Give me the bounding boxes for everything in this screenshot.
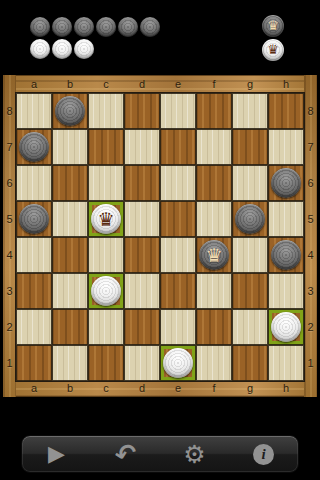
square-c8[interactable] [88, 93, 124, 129]
square-e7[interactable] [160, 129, 196, 165]
board-frame: aabbccddeeffgghh8877665544332211 ♛♛ [3, 75, 317, 397]
file-label-top-e: e [160, 77, 196, 92]
square-b3[interactable] [52, 273, 88, 309]
rank-label-right-1: 1 [304, 345, 317, 381]
white-man-h2[interactable] [271, 312, 301, 342]
square-c3[interactable] [88, 273, 124, 309]
dark-man-h4[interactable] [271, 240, 301, 270]
white-captured-piece [52, 39, 72, 59]
square-g6[interactable] [232, 165, 268, 201]
square-c4[interactable] [88, 237, 124, 273]
rank-label-left-2: 2 [3, 309, 16, 345]
undo-icon: ↶ [112, 439, 139, 469]
undo-button[interactable]: ↶ [96, 437, 156, 471]
square-f5[interactable] [196, 201, 232, 237]
square-d8[interactable] [124, 93, 160, 129]
square-h8[interactable] [268, 93, 304, 129]
square-h1[interactable] [268, 345, 304, 381]
white-king-indicator-icon: ♛ [262, 39, 284, 61]
dark-king-f4[interactable]: ♛ [199, 240, 229, 270]
square-a7[interactable] [16, 129, 52, 165]
square-g4[interactable] [232, 237, 268, 273]
square-h2[interactable] [268, 309, 304, 345]
square-b2[interactable] [52, 309, 88, 345]
app-screen: ♛ ♛ aabbccddeeffgghh8877665544332211 ♛♛ … [0, 0, 320, 480]
file-label-top-b: b [52, 77, 88, 92]
square-b5[interactable] [52, 201, 88, 237]
rank-label-left-3: 3 [3, 273, 16, 309]
square-e4[interactable] [160, 237, 196, 273]
gear-icon: ⚙ [183, 442, 205, 467]
square-a2[interactable] [16, 309, 52, 345]
dark-man-b8[interactable] [55, 96, 85, 126]
white-man-c3[interactable] [91, 276, 121, 306]
square-b1[interactable] [52, 345, 88, 381]
square-g7[interactable] [232, 129, 268, 165]
file-label-bottom-h: h [268, 381, 304, 396]
square-d1[interactable] [124, 345, 160, 381]
square-b6[interactable] [52, 165, 88, 201]
square-f6[interactable] [196, 165, 232, 201]
square-e3[interactable] [160, 273, 196, 309]
square-f1[interactable] [196, 345, 232, 381]
square-a1[interactable] [16, 345, 52, 381]
square-g8[interactable] [232, 93, 268, 129]
dark-man-a5[interactable] [19, 204, 49, 234]
crown-icon: ♛ [205, 240, 222, 270]
play-button[interactable]: ▶ [27, 437, 87, 471]
rank-label-left-6: 6 [3, 165, 16, 201]
dark-king-indicator-icon: ♛ [262, 15, 284, 37]
dark-captured-piece [140, 17, 160, 37]
rank-label-left-4: 4 [3, 237, 16, 273]
file-label-bottom-b: b [52, 381, 88, 396]
crown-icon: ♛ [267, 39, 279, 61]
bottom-toolbar: ▶ ↶ ⚙ i [21, 435, 299, 473]
file-label-top-c: c [88, 77, 124, 92]
square-g3[interactable] [232, 273, 268, 309]
rank-label-left-1: 1 [3, 345, 16, 381]
square-a5[interactable] [16, 201, 52, 237]
play-icon: ▶ [48, 443, 65, 465]
rank-label-right-6: 6 [304, 165, 317, 201]
file-label-top-d: d [124, 77, 160, 92]
square-d3[interactable] [124, 273, 160, 309]
square-e1[interactable] [160, 345, 196, 381]
dark-man-h6[interactable] [271, 168, 301, 198]
square-h5[interactable] [268, 201, 304, 237]
file-label-bottom-a: a [16, 381, 52, 396]
square-h6[interactable] [268, 165, 304, 201]
dark-captured-piece [118, 17, 138, 37]
dark-man-g5[interactable] [235, 204, 265, 234]
rank-label-right-2: 2 [304, 309, 317, 345]
square-f3[interactable] [196, 273, 232, 309]
square-c5[interactable]: ♛ [88, 201, 124, 237]
square-g1[interactable] [232, 345, 268, 381]
white-captured-piece [30, 39, 50, 59]
square-e6[interactable] [160, 165, 196, 201]
file-label-top-h: h [268, 77, 304, 92]
settings-button[interactable]: ⚙ [165, 437, 225, 471]
file-label-top-g: g [232, 77, 268, 92]
square-a3[interactable] [16, 273, 52, 309]
square-h3[interactable] [268, 273, 304, 309]
square-h4[interactable] [268, 237, 304, 273]
rank-label-right-3: 3 [304, 273, 317, 309]
square-b7[interactable] [52, 129, 88, 165]
square-g5[interactable] [232, 201, 268, 237]
file-label-bottom-g: g [232, 381, 268, 396]
white-man-e1[interactable] [163, 348, 193, 378]
dark-captured-piece [30, 17, 50, 37]
file-label-bottom-f: f [196, 381, 232, 396]
captured-white-tray [30, 39, 94, 59]
file-label-bottom-c: c [88, 381, 124, 396]
square-e5[interactable] [160, 201, 196, 237]
square-c2[interactable] [88, 309, 124, 345]
dark-captured-piece [96, 17, 116, 37]
king-indicators: ♛ ♛ [262, 15, 284, 61]
white-king-c5[interactable]: ♛ [91, 204, 121, 234]
square-a4[interactable] [16, 237, 52, 273]
file-label-top-f: f [196, 77, 232, 92]
square-f7[interactable] [196, 129, 232, 165]
square-d2[interactable] [124, 309, 160, 345]
square-d6[interactable] [124, 165, 160, 201]
square-b4[interactable] [52, 237, 88, 273]
white-captured-piece [74, 39, 94, 59]
dark-captured-piece [74, 17, 94, 37]
square-f2[interactable] [196, 309, 232, 345]
file-label-bottom-d: d [124, 381, 160, 396]
square-c7[interactable] [88, 129, 124, 165]
square-a8[interactable] [16, 93, 52, 129]
info-button[interactable]: i [234, 437, 294, 471]
square-g2[interactable] [232, 309, 268, 345]
square-h7[interactable] [268, 129, 304, 165]
square-e2[interactable] [160, 309, 196, 345]
rank-label-left-7: 7 [3, 129, 16, 165]
square-f4[interactable]: ♛ [196, 237, 232, 273]
rank-label-right-7: 7 [304, 129, 317, 165]
rank-label-left-5: 5 [3, 201, 16, 237]
square-f8[interactable] [196, 93, 232, 129]
square-c6[interactable] [88, 165, 124, 201]
square-d7[interactable] [124, 129, 160, 165]
square-b8[interactable] [52, 93, 88, 129]
rank-label-right-5: 5 [304, 201, 317, 237]
square-e8[interactable] [160, 93, 196, 129]
rank-label-right-4: 4 [304, 237, 317, 273]
dark-captured-piece [52, 17, 72, 37]
info-icon: i [253, 444, 274, 465]
file-label-top-a: a [16, 77, 52, 92]
crown-icon: ♛ [267, 15, 279, 37]
file-label-bottom-e: e [160, 381, 196, 396]
square-c1[interactable] [88, 345, 124, 381]
board-grid: ♛♛ [16, 93, 304, 381]
square-d5[interactable] [124, 201, 160, 237]
rank-label-right-8: 8 [304, 93, 317, 129]
square-a6[interactable] [16, 165, 52, 201]
crown-icon: ♛ [97, 204, 114, 234]
captured-dark-tray [30, 17, 160, 37]
square-d4[interactable] [124, 237, 160, 273]
dark-man-a7[interactable] [19, 132, 49, 162]
rank-label-left-8: 8 [3, 93, 16, 129]
